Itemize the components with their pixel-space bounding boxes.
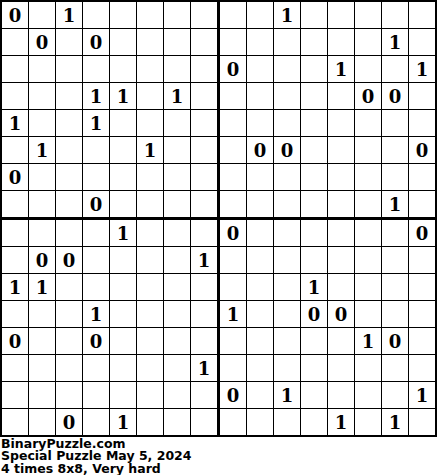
cell-r11c2: 1: [29, 274, 55, 300]
cell-r14c8: 1: [191, 355, 217, 381]
cell-r6c9[interactable]: [220, 137, 246, 163]
cell-r6c16: 0: [409, 137, 435, 163]
cell-r6c13[interactable]: [328, 137, 354, 163]
cell-r7c14[interactable]: [355, 164, 381, 190]
quadrant-divider: [164, 218, 190, 219]
cell-r10c5[interactable]: [110, 247, 136, 273]
cell-r15c10[interactable]: [247, 382, 273, 408]
cell-r4c1[interactable]: [2, 83, 28, 109]
cell-r10c1[interactable]: [2, 247, 28, 273]
quadrant-divider: [218, 191, 219, 217]
quadrant-divider: [409, 218, 435, 219]
cell-r10c7[interactable]: [164, 247, 190, 273]
cell-r12c5[interactable]: [110, 301, 136, 327]
cell-r8c4: 0: [83, 191, 109, 217]
quadrant-divider: [137, 218, 163, 219]
quadrant-divider: [301, 218, 327, 219]
cell-r12c2[interactable]: [29, 301, 55, 327]
cell-r7c10[interactable]: [247, 164, 273, 190]
cell-r16c16[interactable]: [409, 409, 435, 435]
cell-r2c7[interactable]: [164, 29, 190, 55]
cell-r12c16[interactable]: [409, 301, 435, 327]
cell-r3c13: 1: [328, 56, 354, 82]
cell-r7c16[interactable]: [409, 164, 435, 190]
cell-r15c6[interactable]: [137, 382, 163, 408]
cell-r16c7[interactable]: [164, 409, 190, 435]
cell-r8c15: 1: [382, 191, 408, 217]
cell-r12c7[interactable]: [164, 301, 190, 327]
quadrant-divider: [218, 247, 219, 273]
cell-r1c11: 1: [274, 2, 300, 28]
cell-r15c16: 1: [409, 382, 435, 408]
cell-r9c11[interactable]: [274, 220, 300, 246]
binary-puzzle-board: 0110010111110011110000011000011111100001…: [0, 0, 437, 437]
cell-r3c4[interactable]: [83, 56, 109, 82]
cell-r5c8[interactable]: [191, 110, 217, 136]
cell-r1c13[interactable]: [328, 2, 354, 28]
cell-r6c8[interactable]: [191, 137, 217, 163]
quadrant-divider: [382, 218, 408, 219]
quadrant-divider: [191, 218, 217, 219]
cell-r12c12: 0: [301, 301, 327, 327]
cell-r8c2[interactable]: [29, 191, 55, 217]
cell-r11c1: 1: [2, 274, 28, 300]
cell-r11c11[interactable]: [274, 274, 300, 300]
cell-r3c5[interactable]: [110, 56, 136, 82]
quadrant-divider: [218, 137, 219, 163]
cell-r6c14[interactable]: [355, 137, 381, 163]
cell-r9c4[interactable]: [83, 220, 109, 246]
cell-r6c6: 1: [137, 137, 163, 163]
cell-r8c13[interactable]: [328, 191, 354, 217]
cell-r16c10[interactable]: [247, 409, 273, 435]
cell-r13c7[interactable]: [164, 328, 190, 354]
cell-r2c13[interactable]: [328, 29, 354, 55]
cell-r8c11[interactable]: [274, 191, 300, 217]
cell-r8c1[interactable]: [2, 191, 28, 217]
cell-r15c4[interactable]: [83, 382, 109, 408]
cell-r1c6[interactable]: [137, 2, 163, 28]
cell-r16c2[interactable]: [29, 409, 55, 435]
cell-r14c7[interactable]: [164, 355, 190, 381]
cell-r9c10[interactable]: [247, 220, 273, 246]
cell-r4c14: 0: [355, 83, 381, 109]
cell-r9c7[interactable]: [164, 220, 190, 246]
cell-r13c9[interactable]: [220, 328, 246, 354]
cell-r15c2[interactable]: [29, 382, 55, 408]
cell-r2c12[interactable]: [301, 29, 327, 55]
cell-r5c7[interactable]: [164, 110, 190, 136]
cell-r4c16[interactable]: [409, 83, 435, 109]
cell-r9c1[interactable]: [2, 220, 28, 246]
quadrant-divider: [110, 218, 136, 219]
cell-r7c5[interactable]: [110, 164, 136, 190]
cell-r15c9: 0: [220, 382, 246, 408]
cell-r11c13[interactable]: [328, 274, 354, 300]
cell-r3c14[interactable]: [355, 56, 381, 82]
cell-r13c8[interactable]: [191, 328, 217, 354]
cell-r3c16: 1: [409, 56, 435, 82]
cell-r10c9[interactable]: [220, 247, 246, 273]
cell-r4c11[interactable]: [274, 83, 300, 109]
cell-r8c16[interactable]: [409, 191, 435, 217]
cell-r10c4[interactable]: [83, 247, 109, 273]
cell-r4c9[interactable]: [220, 83, 246, 109]
cell-r8c14[interactable]: [355, 191, 381, 217]
cell-r11c5[interactable]: [110, 274, 136, 300]
cell-r4c8[interactable]: [191, 83, 217, 109]
cell-r4c15: 0: [382, 83, 408, 109]
cell-r12c3[interactable]: [56, 301, 82, 327]
cell-r10c12[interactable]: [301, 247, 327, 273]
cell-r4c12[interactable]: [301, 83, 327, 109]
cell-r12c13: 0: [328, 301, 354, 327]
cell-r16c14[interactable]: [355, 409, 381, 435]
cell-r10c11[interactable]: [274, 247, 300, 273]
cell-r7c9[interactable]: [220, 164, 246, 190]
cell-r9c15[interactable]: [382, 220, 408, 246]
cell-r14c9[interactable]: [220, 355, 246, 381]
cell-r13c15: 0: [382, 328, 408, 354]
cell-r1c8[interactable]: [191, 2, 217, 28]
cell-r6c10: 0: [247, 137, 273, 163]
cell-r6c7[interactable]: [164, 137, 190, 163]
cell-r2c14[interactable]: [355, 29, 381, 55]
cell-r16c6[interactable]: [137, 409, 163, 435]
cell-r14c13[interactable]: [328, 355, 354, 381]
cell-r7c2[interactable]: [29, 164, 55, 190]
quadrant-divider: [83, 218, 109, 219]
cell-r13c10[interactable]: [247, 328, 273, 354]
quadrant-divider: [2, 218, 28, 219]
cell-r5c13[interactable]: [328, 110, 354, 136]
cell-r2c6[interactable]: [137, 29, 163, 55]
cell-r11c16[interactable]: [409, 274, 435, 300]
cell-r10c3: 0: [56, 247, 82, 273]
cell-r3c15[interactable]: [382, 56, 408, 82]
cell-r8c5[interactable]: [110, 191, 136, 217]
quadrant-divider: [218, 29, 219, 55]
cell-r15c1[interactable]: [2, 382, 28, 408]
cell-r3c11[interactable]: [274, 56, 300, 82]
quadrant-divider: [29, 218, 55, 219]
cell-r5c2[interactable]: [29, 110, 55, 136]
cell-r7c1: 0: [2, 164, 28, 190]
cell-r15c5[interactable]: [110, 382, 136, 408]
cell-r7c13[interactable]: [328, 164, 354, 190]
cell-r11c10[interactable]: [247, 274, 273, 300]
cell-r5c1: 1: [2, 110, 28, 136]
cell-r4c6[interactable]: [137, 83, 163, 109]
quadrant-divider: [328, 218, 354, 219]
cell-r4c5: 1: [110, 83, 136, 109]
cell-r10c13[interactable]: [328, 247, 354, 273]
cell-r3c9: 0: [220, 56, 246, 82]
quadrant-divider: [218, 355, 219, 381]
cell-r4c13[interactable]: [328, 83, 354, 109]
quadrant-divider: [218, 83, 219, 109]
cell-r5c3[interactable]: [56, 110, 82, 136]
cell-r2c4: 0: [83, 29, 109, 55]
cell-r8c7[interactable]: [164, 191, 190, 217]
cell-r11c8[interactable]: [191, 274, 217, 300]
cell-r13c4: 0: [83, 328, 109, 354]
cell-r14c14[interactable]: [355, 355, 381, 381]
cell-r8c12[interactable]: [301, 191, 327, 217]
cell-r16c11[interactable]: [274, 409, 300, 435]
cell-r13c11[interactable]: [274, 328, 300, 354]
cell-r11c9[interactable]: [220, 274, 246, 300]
cell-r8c10[interactable]: [247, 191, 273, 217]
cell-r2c1[interactable]: [2, 29, 28, 55]
cell-r12c4: 1: [83, 301, 109, 327]
cell-r7c12[interactable]: [301, 164, 327, 190]
cell-r2c11[interactable]: [274, 29, 300, 55]
cell-r13c1: 0: [2, 328, 28, 354]
cell-r5c11[interactable]: [274, 110, 300, 136]
cell-r11c4[interactable]: [83, 274, 109, 300]
quadrant-divider: [218, 164, 219, 190]
cell-r2c10[interactable]: [247, 29, 273, 55]
cell-r3c8[interactable]: [191, 56, 217, 82]
cell-r14c15[interactable]: [382, 355, 408, 381]
cell-r1c15[interactable]: [382, 2, 408, 28]
cell-r1c3: 1: [56, 2, 82, 28]
cell-r10c10[interactable]: [247, 247, 273, 273]
cell-r13c16[interactable]: [409, 328, 435, 354]
cell-r7c11[interactable]: [274, 164, 300, 190]
cell-r1c16[interactable]: [409, 2, 435, 28]
quadrant-divider: [56, 218, 82, 219]
cell-r14c4[interactable]: [83, 355, 109, 381]
cell-r13c2[interactable]: [29, 328, 55, 354]
cell-r15c13[interactable]: [328, 382, 354, 408]
cell-r8c3[interactable]: [56, 191, 82, 217]
cell-r10c15[interactable]: [382, 247, 408, 273]
cell-r6c11: 0: [274, 137, 300, 163]
cell-r3c1[interactable]: [2, 56, 28, 82]
cell-r1c14[interactable]: [355, 2, 381, 28]
cell-r9c14[interactable]: [355, 220, 381, 246]
cell-r11c14[interactable]: [355, 274, 381, 300]
cell-r7c3[interactable]: [56, 164, 82, 190]
cell-r10c2: 0: [29, 247, 55, 273]
cell-r5c6[interactable]: [137, 110, 163, 136]
cell-r9c16: 0: [409, 220, 435, 246]
cell-r9c9: 0: [220, 220, 246, 246]
quadrant-divider: [218, 56, 219, 82]
cell-r6c1[interactable]: [2, 137, 28, 163]
cell-r7c8[interactable]: [191, 164, 217, 190]
cell-r16c13: 1: [328, 409, 354, 435]
cell-r16c4[interactable]: [83, 409, 109, 435]
cell-r14c11[interactable]: [274, 355, 300, 381]
quadrant-divider: [218, 382, 219, 408]
cell-r2c9[interactable]: [220, 29, 246, 55]
cell-r12c11[interactable]: [274, 301, 300, 327]
cell-r4c7: 1: [164, 83, 190, 109]
cell-r16c15: 1: [382, 409, 408, 435]
cell-r5c10[interactable]: [247, 110, 273, 136]
cell-r15c12[interactable]: [301, 382, 327, 408]
quadrant-divider: [355, 218, 381, 219]
cell-r7c4[interactable]: [83, 164, 109, 190]
cell-r16c3: 0: [56, 409, 82, 435]
cell-r16c5: 1: [110, 409, 136, 435]
quadrant-divider: [218, 110, 219, 136]
puzzle-subtitle: 4 times 8x8, Very hard: [1, 463, 437, 475]
cell-r16c9[interactable]: [220, 409, 246, 435]
cell-r5c12[interactable]: [301, 110, 327, 136]
cell-r15c15[interactable]: [382, 382, 408, 408]
cell-r1c7[interactable]: [164, 2, 190, 28]
cell-r13c13[interactable]: [328, 328, 354, 354]
quadrant-divider: [218, 409, 219, 435]
puzzle-footer: BinaryPuzzle.com Special Puzzle May 5, 2…: [0, 437, 437, 475]
cell-r12c1[interactable]: [2, 301, 28, 327]
cell-r15c3[interactable]: [56, 382, 82, 408]
cell-r3c12[interactable]: [301, 56, 327, 82]
cell-r1c4[interactable]: [83, 2, 109, 28]
cell-r14c10[interactable]: [247, 355, 273, 381]
cell-r3c10[interactable]: [247, 56, 273, 82]
cell-r9c5: 1: [110, 220, 136, 246]
cell-r6c3[interactable]: [56, 137, 82, 163]
cell-r16c8[interactable]: [191, 409, 217, 435]
quadrant-divider: [218, 218, 219, 219]
cell-r14c2[interactable]: [29, 355, 55, 381]
cell-r2c2: 0: [29, 29, 55, 55]
cell-r13c12[interactable]: [301, 328, 327, 354]
quadrant-divider: [247, 218, 273, 219]
cell-r12c8[interactable]: [191, 301, 217, 327]
cell-r8c8[interactable]: [191, 191, 217, 217]
cell-r9c3[interactable]: [56, 220, 82, 246]
cell-r13c6[interactable]: [137, 328, 163, 354]
cell-r14c6[interactable]: [137, 355, 163, 381]
cell-r10c6[interactable]: [137, 247, 163, 273]
cell-r7c6[interactable]: [137, 164, 163, 190]
cell-r4c3[interactable]: [56, 83, 82, 109]
cell-r1c2[interactable]: [29, 2, 55, 28]
cell-r13c5[interactable]: [110, 328, 136, 354]
cell-r4c2[interactable]: [29, 83, 55, 109]
cell-r4c10[interactable]: [247, 83, 273, 109]
quadrant-divider: [218, 220, 219, 246]
cell-r6c12[interactable]: [301, 137, 327, 163]
cell-r12c15[interactable]: [382, 301, 408, 327]
quadrant-divider: [274, 218, 300, 219]
quadrant-divider: [218, 2, 219, 28]
cell-r14c5[interactable]: [110, 355, 136, 381]
cell-r1c9[interactable]: [220, 2, 246, 28]
cell-r9c2[interactable]: [29, 220, 55, 246]
cell-r3c7[interactable]: [164, 56, 190, 82]
cell-r15c8[interactable]: [191, 382, 217, 408]
cell-r4c4: 1: [83, 83, 109, 109]
cell-r1c1: 0: [2, 2, 28, 28]
cell-r8c9[interactable]: [220, 191, 246, 217]
cell-r11c7[interactable]: [164, 274, 190, 300]
cell-r1c12[interactable]: [301, 2, 327, 28]
cell-r15c14[interactable]: [355, 382, 381, 408]
cell-r11c15[interactable]: [382, 274, 408, 300]
quadrant-divider: [218, 328, 219, 354]
cell-r11c12: 1: [301, 274, 327, 300]
quadrant-divider: [220, 218, 246, 219]
cell-r15c11: 1: [274, 382, 300, 408]
cell-r15c7[interactable]: [164, 382, 190, 408]
cell-r9c13[interactable]: [328, 220, 354, 246]
cell-r5c5[interactable]: [110, 110, 136, 136]
cell-r2c15: 1: [382, 29, 408, 55]
cell-r5c14[interactable]: [355, 110, 381, 136]
cell-r12c10[interactable]: [247, 301, 273, 327]
cell-r3c3[interactable]: [56, 56, 82, 82]
cell-r2c16[interactable]: [409, 29, 435, 55]
cell-r10c8: 1: [191, 247, 217, 273]
cell-r16c12[interactable]: [301, 409, 327, 435]
cell-r9c6[interactable]: [137, 220, 163, 246]
cell-r5c15[interactable]: [382, 110, 408, 136]
cell-r5c16[interactable]: [409, 110, 435, 136]
cell-r14c12[interactable]: [301, 355, 327, 381]
cell-r3c2[interactable]: [29, 56, 55, 82]
cell-r6c5[interactable]: [110, 137, 136, 163]
cell-r12c6[interactable]: [137, 301, 163, 327]
cell-r9c12[interactable]: [301, 220, 327, 246]
quadrant-divider: [218, 274, 219, 300]
cell-r1c5[interactable]: [110, 2, 136, 28]
cell-r6c4[interactable]: [83, 137, 109, 163]
cell-r2c3[interactable]: [56, 29, 82, 55]
cell-r12c14[interactable]: [355, 301, 381, 327]
cell-r16c1[interactable]: [2, 409, 28, 435]
cell-r2c8[interactable]: [191, 29, 217, 55]
cell-r2c5[interactable]: [110, 29, 136, 55]
cell-r13c14: 1: [355, 328, 381, 354]
cell-r8c6[interactable]: [137, 191, 163, 217]
cell-r1c10[interactable]: [247, 2, 273, 28]
cell-r11c6[interactable]: [137, 274, 163, 300]
cell-r7c7[interactable]: [164, 164, 190, 190]
cell-r7c15[interactable]: [382, 164, 408, 190]
cell-r11c3[interactable]: [56, 274, 82, 300]
cell-r9c8[interactable]: [191, 220, 217, 246]
cell-r10c16[interactable]: [409, 247, 435, 273]
cell-r14c3[interactable]: [56, 355, 82, 381]
cell-r6c15[interactable]: [382, 137, 408, 163]
cell-r14c16[interactable]: [409, 355, 435, 381]
quadrant-divider: [218, 301, 219, 327]
cell-r5c9[interactable]: [220, 110, 246, 136]
cell-r12c9: 1: [220, 301, 246, 327]
cell-r10c14[interactable]: [355, 247, 381, 273]
cell-r6c2: 1: [29, 137, 55, 163]
cell-r13c3[interactable]: [56, 328, 82, 354]
cell-r3c6[interactable]: [137, 56, 163, 82]
cell-r5c4: 1: [83, 110, 109, 136]
cell-r14c1[interactable]: [2, 355, 28, 381]
